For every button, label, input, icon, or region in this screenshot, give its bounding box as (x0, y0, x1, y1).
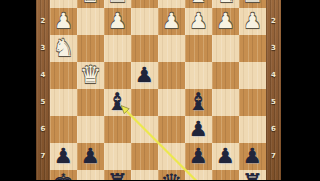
square-g7[interactable]: ♟ (77, 143, 104, 170)
black-pawn[interactable]: ♟ (131, 62, 158, 89)
square-g6[interactable] (77, 116, 104, 143)
square-d1[interactable] (158, 0, 185, 8)
square-f8[interactable]: ♜ (104, 170, 131, 181)
square-b7[interactable]: ♟ (212, 143, 239, 170)
square-a7[interactable]: ♟ (239, 143, 266, 170)
white-pawn[interactable]: ♟ (239, 8, 266, 35)
black-pawn[interactable]: ♟ (212, 143, 239, 170)
square-c8[interactable] (185, 170, 212, 181)
square-f2[interactable]: ♟ (104, 8, 131, 35)
square-a2[interactable]: ♟ (239, 8, 266, 35)
square-e1[interactable] (131, 0, 158, 8)
square-d7[interactable] (158, 143, 185, 170)
square-a8[interactable]: ♜ (239, 170, 266, 181)
square-g4[interactable]: ♛ (77, 62, 104, 89)
square-d4[interactable] (158, 62, 185, 89)
square-e2[interactable] (131, 8, 158, 35)
square-h3[interactable]: ♞ (50, 35, 77, 62)
black-bishop[interactable]: ♝ (185, 89, 212, 116)
black-king[interactable]: ♚ (50, 170, 77, 181)
square-c5[interactable]: ♝ (185, 89, 212, 116)
rank-label-left-3: 3 (36, 43, 50, 53)
square-a3[interactable] (239, 35, 266, 62)
black-pawn[interactable]: ♟ (239, 143, 266, 170)
square-f3[interactable] (104, 35, 131, 62)
black-rook[interactable]: ♜ (239, 170, 266, 181)
white-bishop[interactable]: ♝ (185, 0, 212, 8)
square-f4[interactable] (104, 62, 131, 89)
square-g2[interactable] (77, 8, 104, 35)
white-king[interactable]: ♚ (77, 0, 104, 8)
square-g3[interactable] (77, 35, 104, 62)
rank-label-right-2: 2 (266, 16, 281, 26)
square-a6[interactable] (239, 116, 266, 143)
square-e7[interactable] (131, 143, 158, 170)
square-a4[interactable] (239, 62, 266, 89)
square-e3[interactable] (131, 35, 158, 62)
square-d6[interactable] (158, 116, 185, 143)
white-knight[interactable]: ♞ (50, 35, 77, 62)
square-c7[interactable]: ♟ (185, 143, 212, 170)
square-a5[interactable] (239, 89, 266, 116)
rank-label-left-4: 4 (36, 70, 50, 80)
rank-label-left-6: 6 (36, 124, 50, 134)
square-e6[interactable] (131, 116, 158, 143)
black-pawn[interactable]: ♟ (50, 143, 77, 170)
rank-label-right-3: 3 (266, 43, 281, 53)
white-pawn[interactable]: ♟ (212, 8, 239, 35)
square-c3[interactable] (185, 35, 212, 62)
square-g8[interactable] (77, 170, 104, 181)
square-c1[interactable]: ♝ (185, 0, 212, 8)
rank-label-right-4: 4 (266, 70, 281, 80)
square-h1[interactable] (50, 0, 77, 8)
square-b8[interactable] (212, 170, 239, 181)
rank-label-right-7: 7 (266, 151, 281, 161)
square-c2[interactable]: ♟ (185, 8, 212, 35)
square-f7[interactable] (104, 143, 131, 170)
square-b1[interactable]: ♞ (212, 0, 239, 8)
square-e5[interactable] (131, 89, 158, 116)
square-h4[interactable] (50, 62, 77, 89)
white-rook[interactable]: ♜ (104, 0, 131, 8)
black-pawn[interactable]: ♟ (77, 143, 104, 170)
square-a1[interactable]: ♜ (239, 0, 266, 8)
square-b2[interactable]: ♟ (212, 8, 239, 35)
black-pawn[interactable]: ♟ (185, 143, 212, 170)
square-d8[interactable]: ♛ (158, 170, 185, 181)
white-knight[interactable]: ♞ (212, 0, 239, 8)
square-h2[interactable]: ♟ (50, 8, 77, 35)
white-pawn[interactable]: ♟ (158, 8, 185, 35)
square-d3[interactable] (158, 35, 185, 62)
square-g5[interactable] (77, 89, 104, 116)
square-d2[interactable]: ♟ (158, 8, 185, 35)
white-pawn[interactable]: ♟ (185, 8, 212, 35)
square-h8[interactable]: ♚ (50, 170, 77, 181)
square-c6[interactable]: ♟ (185, 116, 212, 143)
rank-label-right-5: 5 (266, 97, 281, 107)
square-h7[interactable]: ♟ (50, 143, 77, 170)
square-h5[interactable] (50, 89, 77, 116)
square-g1[interactable]: ♚ (77, 0, 104, 8)
rank-label-left-2: 2 (36, 16, 50, 26)
square-e8[interactable] (131, 170, 158, 181)
white-rook[interactable]: ♜ (239, 0, 266, 8)
board: ♚♜♝♞♜♟♟♟♟♟♟♞♛♟♝♝♟♟♟♟♟♟♚♜♛♜ (50, 0, 266, 180)
square-b6[interactable] (212, 116, 239, 143)
black-bishop[interactable]: ♝ (104, 89, 131, 116)
black-rook[interactable]: ♜ (104, 170, 131, 181)
square-c4[interactable] (185, 62, 212, 89)
square-b5[interactable] (212, 89, 239, 116)
white-queen[interactable]: ♛ (77, 62, 104, 89)
square-b3[interactable] (212, 35, 239, 62)
rank-label-left-5: 5 (36, 97, 50, 107)
square-b4[interactable] (212, 62, 239, 89)
black-pawn[interactable]: ♟ (185, 116, 212, 143)
square-e4[interactable]: ♟ (131, 62, 158, 89)
square-h6[interactable] (50, 116, 77, 143)
black-queen[interactable]: ♛ (158, 170, 185, 181)
white-pawn[interactable]: ♟ (104, 8, 131, 35)
rank-label-left-7: 7 (36, 151, 50, 161)
rank-label-right-6: 6 (266, 124, 281, 134)
square-f6[interactable] (104, 116, 131, 143)
white-pawn[interactable]: ♟ (50, 8, 77, 35)
square-f5[interactable]: ♝ (104, 89, 131, 116)
square-d5[interactable] (158, 89, 185, 116)
square-f1[interactable]: ♜ (104, 0, 131, 8)
